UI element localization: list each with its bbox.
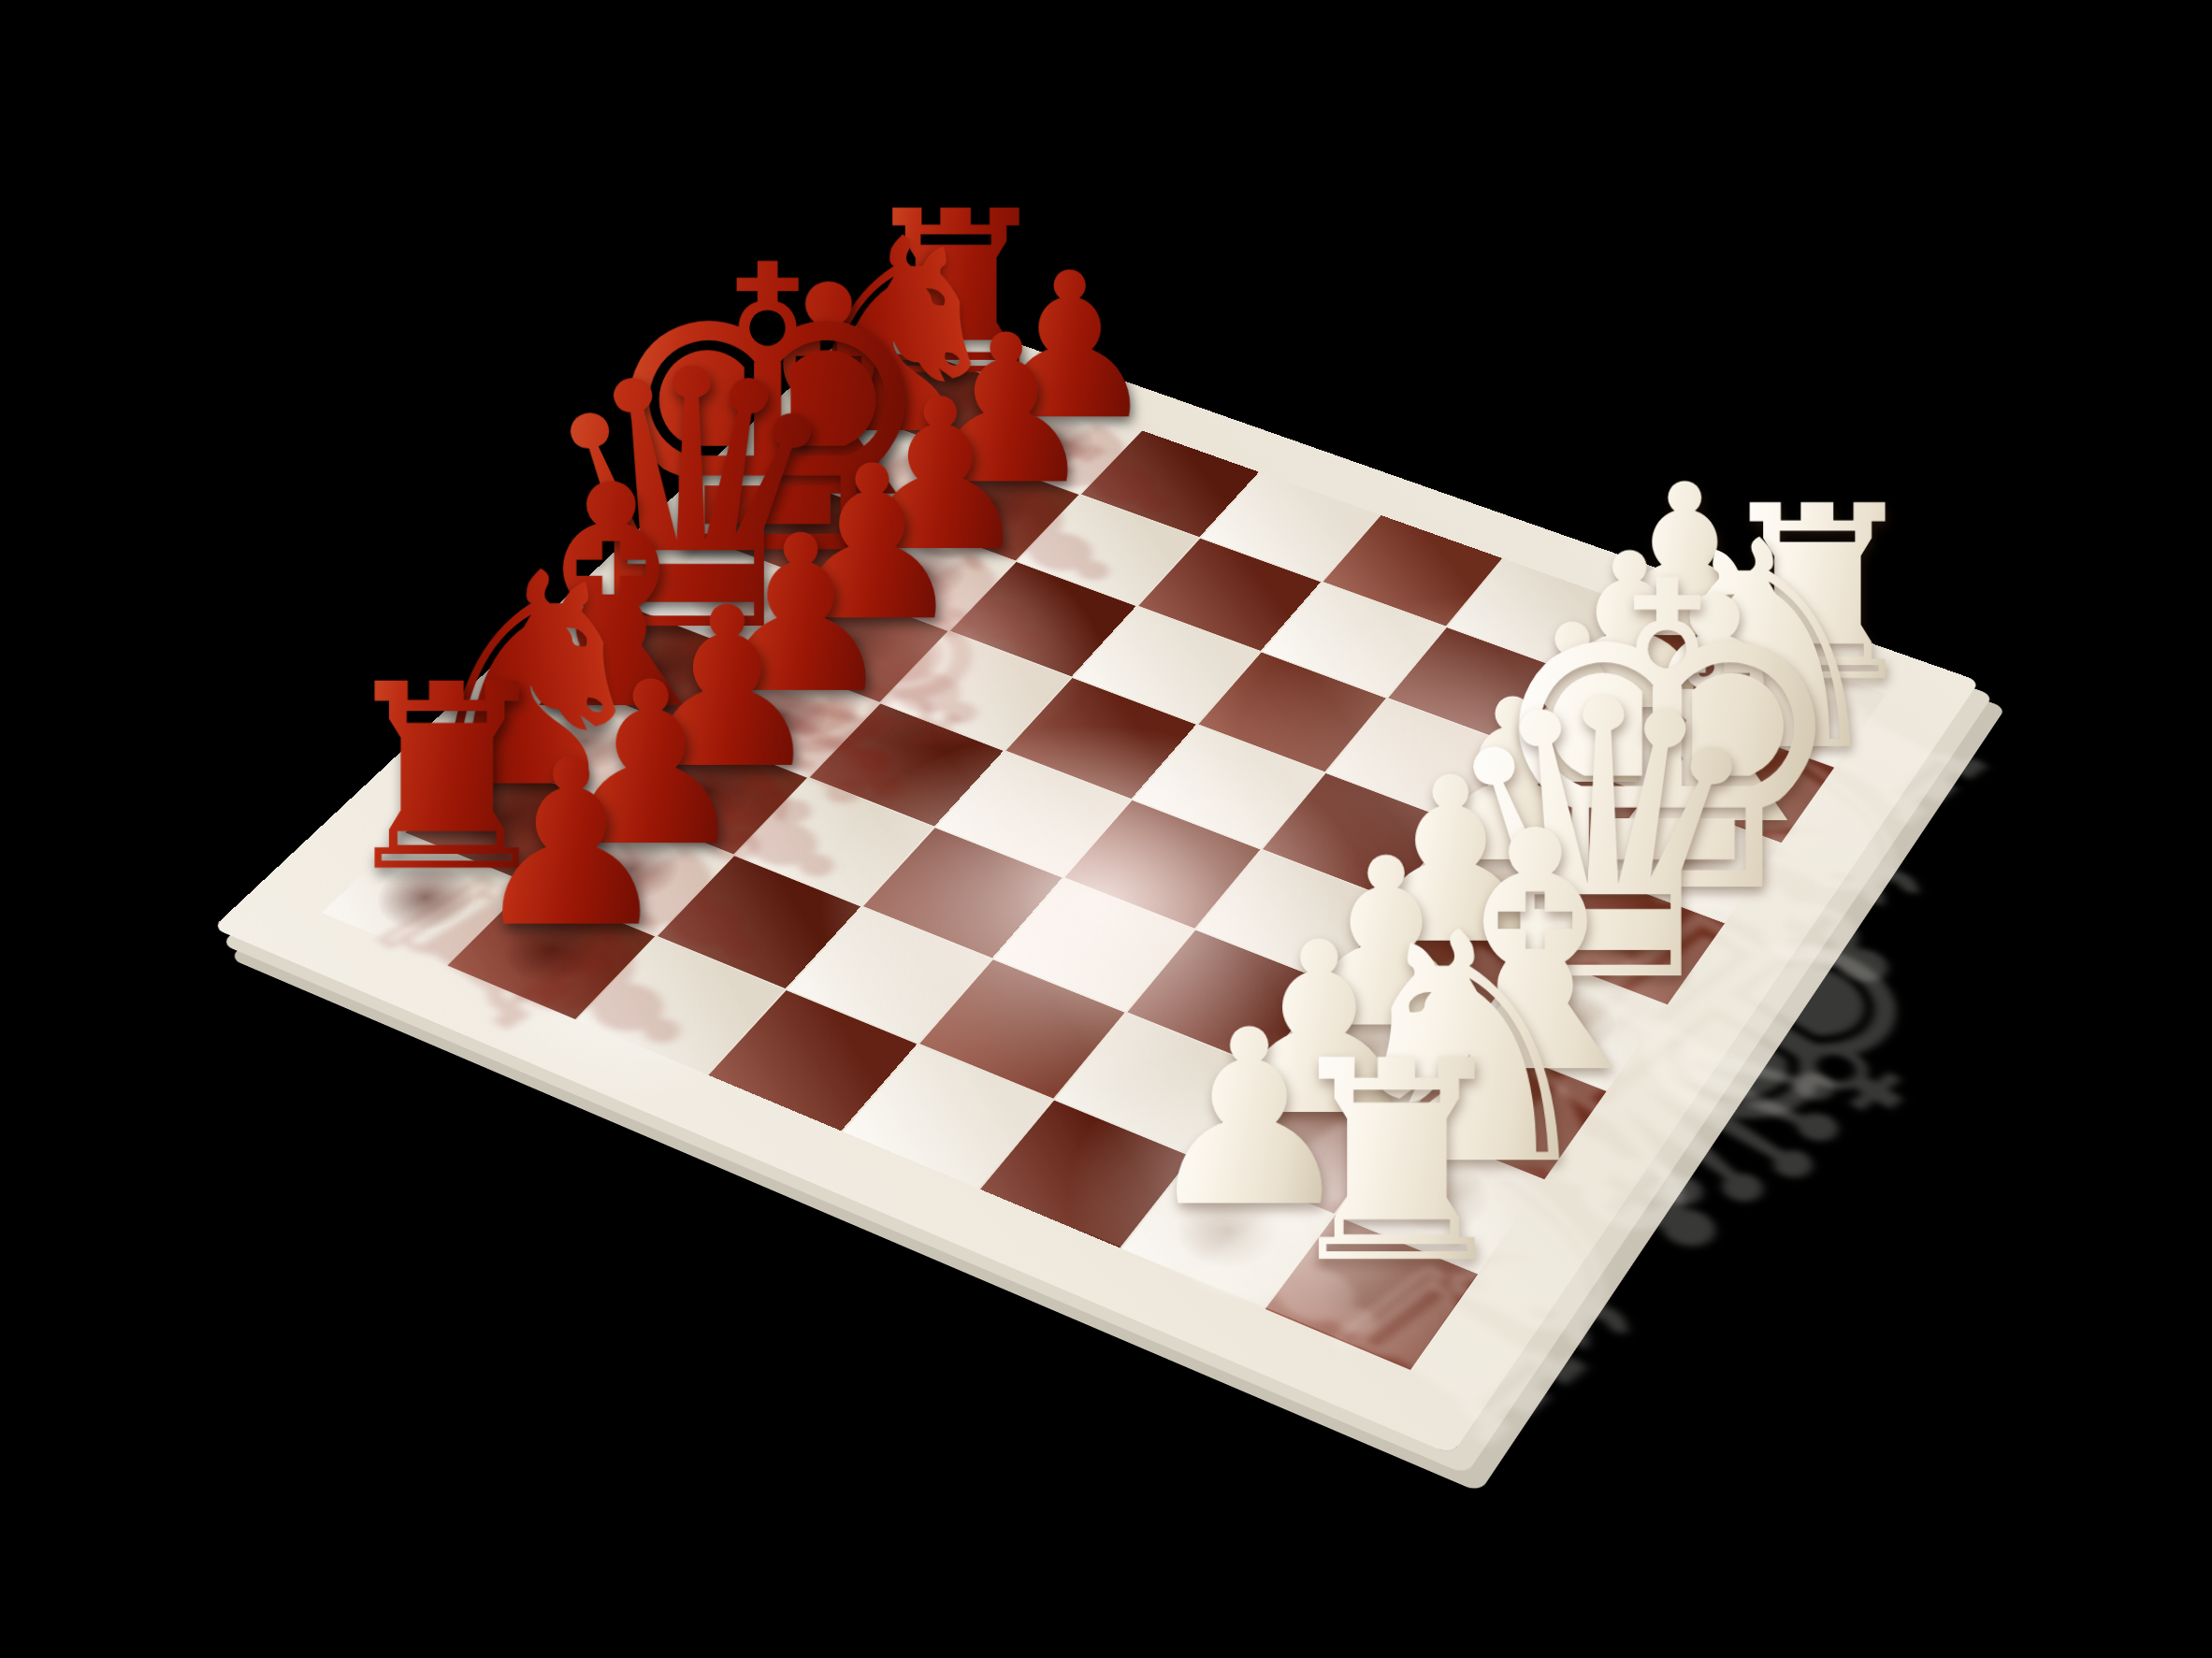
red-pawn-a7[interactable]: ♟ — [468, 729, 673, 959]
square-a1[interactable]: ♜♜ — [1265, 1216, 1479, 1370]
board-camera: ♜♜♞♞♝♝♛♛♚♚♝♝♞♞♜♜♟♟♟♟♟♟♟♟♟♟♟♟♟♟♟♟♟♟♟♟♟♟♟♟… — [0, 0, 2212, 1658]
scene: ♜♜♞♞♝♝♛♛♚♚♝♝♞♞♜♜♟♟♟♟♟♟♟♟♟♟♟♟♟♟♟♟♟♟♟♟♟♟♟♟… — [0, 0, 2212, 1658]
square-e5[interactable] — [1005, 678, 1196, 799]
chess-board: ♜♜♞♞♝♝♛♛♚♚♝♝♞♞♜♜♟♟♟♟♟♟♟♟♟♟♟♟♟♟♟♟♟♟♟♟♟♟♟♟… — [322, 349, 1887, 1370]
white-rook-a1[interactable]: ♜ — [1273, 1025, 1521, 1302]
chess-board-slab: ♜♜♞♞♝♝♛♛♚♚♝♝♞♞♜♜♟♟♟♟♟♟♟♟♟♟♟♟♟♟♟♟♟♟♟♟♟♟♟♟… — [212, 297, 1979, 1455]
